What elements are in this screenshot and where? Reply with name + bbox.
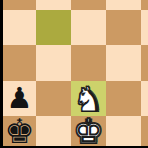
square-a5[interactable] (3, 0, 36, 10)
piece-white-king[interactable]: ♚ (73, 114, 103, 148)
square-e4[interactable] (141, 10, 148, 45)
chess-board-viewport: ♟♞♚♚ (0, 0, 148, 148)
piece-black-pawn[interactable]: ♟ (7, 84, 33, 113)
square-e1[interactable] (141, 116, 148, 146)
square-d4[interactable] (106, 10, 141, 45)
square-d5[interactable] (106, 0, 141, 10)
square-c3[interactable] (71, 45, 106, 81)
square-b1[interactable] (36, 116, 71, 146)
piece-black-king[interactable]: ♚ (4, 114, 34, 148)
square-c1[interactable]: ♚ (71, 116, 106, 146)
square-e5[interactable] (141, 0, 148, 10)
square-b3[interactable] (36, 45, 71, 81)
square-d3[interactable] (106, 45, 141, 81)
square-c4[interactable] (71, 10, 106, 45)
square-e3[interactable] (141, 45, 148, 81)
square-d1[interactable] (106, 116, 141, 146)
chess-board: ♟♞♚♚ (3, 0, 148, 146)
square-a3[interactable] (3, 45, 36, 81)
square-b5[interactable] (36, 0, 71, 10)
square-b4[interactable] (36, 10, 71, 45)
square-e2[interactable] (141, 81, 148, 116)
square-b2[interactable] (36, 81, 71, 116)
square-a4[interactable] (3, 10, 36, 45)
square-d2[interactable] (106, 81, 141, 116)
square-c5[interactable] (71, 0, 106, 10)
square-a1[interactable]: ♚ (3, 116, 36, 146)
